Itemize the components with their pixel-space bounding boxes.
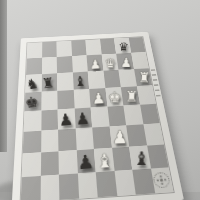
- square-g8[interactable]: ♛: [114, 38, 131, 54]
- square-b6[interactable]: ♜: [41, 73, 57, 91]
- square-e2[interactable]: ♝: [94, 148, 114, 172]
- square-c6[interactable]: [57, 72, 73, 90]
- background-dark-strip: [0, 0, 7, 152]
- square-f6[interactable]: [103, 70, 121, 88]
- square-d2[interactable]: ♟: [76, 149, 96, 173]
- square-d7[interactable]: [72, 55, 88, 72]
- square-e8[interactable]: [85, 39, 101, 55]
- square-a8[interactable]: [27, 42, 42, 58]
- square-h4[interactable]: [140, 104, 160, 125]
- piece-white-pawn[interactable]: ♟: [89, 58, 101, 71]
- square-b2[interactable]: [40, 151, 59, 176]
- square-f5[interactable]: ♚: [105, 87, 123, 106]
- piece-white-pawn[interactable]: ♟: [120, 56, 131, 69]
- square-b7[interactable]: [42, 57, 57, 74]
- square-h6[interactable]: ♜: [134, 68, 153, 86]
- square-c1[interactable]: [59, 173, 79, 200]
- piece-black-pawn[interactable]: ♟: [75, 111, 91, 128]
- square-a2[interactable]: [22, 152, 41, 177]
- square-f4[interactable]: [107, 106, 126, 127]
- piece-white-king[interactable]: ♚: [108, 90, 122, 105]
- square-h3[interactable]: [143, 123, 164, 145]
- piece-black-queen[interactable]: ♛: [118, 41, 128, 53]
- board-border: ♛♟♛♟♞♜♝♜♚♟♚♜♟♟♟♟♝♝: [11, 32, 184, 200]
- square-d5[interactable]: [73, 89, 90, 109]
- square-g7[interactable]: ♟: [116, 53, 133, 70]
- piece-black-bishop[interactable]: ♝: [133, 149, 150, 168]
- square-c2[interactable]: [58, 150, 77, 175]
- square-e3[interactable]: [92, 126, 111, 149]
- piece-white-rook[interactable]: ♜: [125, 89, 138, 104]
- square-d4[interactable]: ♟: [74, 108, 92, 129]
- square-h8[interactable]: [128, 37, 145, 53]
- square-h1[interactable]: [150, 167, 173, 193]
- corner-ornament: [153, 172, 172, 189]
- piece-white-rook[interactable]: ♜: [138, 71, 151, 85]
- square-b4[interactable]: [41, 110, 58, 131]
- square-d8[interactable]: [71, 40, 87, 56]
- piece-white-bishop[interactable]: ♝: [95, 151, 113, 171]
- square-b8[interactable]: [42, 42, 57, 58]
- square-b3[interactable]: [41, 130, 59, 153]
- square-e7[interactable]: ♟: [86, 54, 103, 71]
- square-d1[interactable]: [77, 172, 97, 198]
- square-h5[interactable]: [137, 85, 156, 104]
- square-a1[interactable]: [21, 176, 41, 200]
- square-b1[interactable]: [40, 175, 59, 200]
- square-d6[interactable]: ♝: [72, 72, 89, 90]
- piece-black-king[interactable]: ♚: [24, 94, 40, 111]
- square-b5[interactable]: [41, 91, 58, 111]
- square-h7[interactable]: [131, 52, 149, 69]
- square-g2[interactable]: ♝: [129, 146, 150, 170]
- piece-black-bishop[interactable]: ♝: [74, 75, 87, 90]
- board-photo: ♛♟♛♟♞♜♝♜♚♟♚♜♟♟♟♟♝♝: [0, 0, 200, 200]
- square-e1[interactable]: [96, 171, 117, 197]
- square-c7[interactable]: [57, 56, 73, 73]
- square-g5[interactable]: ♜: [121, 86, 140, 105]
- piece-white-queen[interactable]: ♛: [105, 57, 116, 70]
- chess-board: ♛♟♛♟♞♜♝♜♚♟♚♜♟♟♟♟♝♝: [11, 32, 184, 200]
- square-a3[interactable]: [23, 131, 41, 154]
- square-c4[interactable]: ♟: [58, 109, 75, 130]
- piece-white-pawn[interactable]: ♟: [112, 129, 128, 147]
- piece-black-rook[interactable]: ♜: [41, 76, 55, 91]
- piece-black-knight[interactable]: ♞: [25, 77, 40, 92]
- square-c5[interactable]: [57, 90, 74, 110]
- square-a4[interactable]: [24, 111, 41, 132]
- square-c3[interactable]: [58, 129, 76, 152]
- square-e5[interactable]: ♟: [89, 88, 107, 108]
- piece-white-pawn[interactable]: ♟: [91, 91, 105, 107]
- square-g3[interactable]: [126, 124, 146, 146]
- piece-black-pawn[interactable]: ♟: [58, 111, 74, 129]
- square-a5[interactable]: ♚: [24, 92, 41, 112]
- square-a7[interactable]: [26, 58, 42, 75]
- board-grid: ♛♟♛♟♞♜♝♜♚♟♚♜♟♟♟♟♝♝: [21, 37, 174, 200]
- square-f7[interactable]: ♛: [101, 54, 118, 71]
- piece-black-pawn[interactable]: ♟: [77, 152, 95, 172]
- square-d3[interactable]: [75, 128, 94, 151]
- square-a6[interactable]: ♞: [25, 74, 41, 92]
- square-c8[interactable]: [56, 41, 71, 57]
- square-f3[interactable]: ♟: [109, 125, 129, 147]
